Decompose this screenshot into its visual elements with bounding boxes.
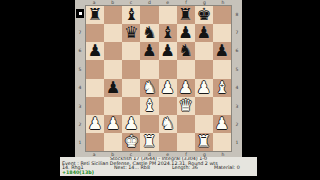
square-f5[interactable] xyxy=(177,60,195,78)
white-rook-d1[interactable]: ♜ xyxy=(142,133,157,151)
square-f6[interactable]: ♞ xyxy=(177,42,195,60)
black-pawn-b4[interactable]: ♟ xyxy=(106,79,121,97)
black-knight-f6[interactable]: ♞ xyxy=(178,42,193,60)
square-b5[interactable] xyxy=(104,60,122,78)
square-a7[interactable] xyxy=(86,24,104,42)
black-pawn-g7[interactable]: ♟ xyxy=(196,24,211,42)
square-d4[interactable]: ♞ xyxy=(140,79,158,97)
square-h1[interactable] xyxy=(213,133,231,151)
white-pawn-h2[interactable]: ♟ xyxy=(215,115,230,133)
black-pawn-d6[interactable]: ♟ xyxy=(142,42,157,60)
black-pawn-a6[interactable]: ♟ xyxy=(88,42,103,60)
square-a8[interactable]: ♜ xyxy=(86,6,104,24)
square-c2[interactable]: ♟ xyxy=(122,115,140,133)
white-pawn-f4[interactable]: ♟ xyxy=(178,79,193,97)
square-a6[interactable]: ♟ xyxy=(86,42,104,60)
square-a3[interactable] xyxy=(86,97,104,115)
white-rook-g1[interactable]: ♜ xyxy=(196,133,211,151)
square-f3[interactable]: ♛ xyxy=(177,97,195,115)
rank-labels-right: 87654321 xyxy=(232,5,242,152)
square-e1[interactable] xyxy=(159,133,177,151)
black-king-g8[interactable]: ♚ xyxy=(196,6,211,24)
coord-label-1: 1 xyxy=(75,134,85,152)
square-a5[interactable] xyxy=(86,60,104,78)
square-d6[interactable]: ♟ xyxy=(140,42,158,60)
white-pawn-e4[interactable]: ♟ xyxy=(160,79,175,97)
video-frame: abcdefgh abcdefgh 87654321 87654321 ♜♝♜♚… xyxy=(0,0,320,180)
black-bishop-e7[interactable]: ♝ xyxy=(160,24,175,42)
coord-label-7: 7 xyxy=(75,23,85,41)
square-h5[interactable] xyxy=(213,60,231,78)
square-h4[interactable]: ♝ xyxy=(213,79,231,97)
square-h8[interactable] xyxy=(213,6,231,24)
square-g6[interactable] xyxy=(195,42,213,60)
square-d7[interactable]: ♞ xyxy=(140,24,158,42)
square-a2[interactable]: ♟ xyxy=(86,115,104,133)
square-d8[interactable] xyxy=(140,6,158,24)
square-e7[interactable]: ♝ xyxy=(159,24,177,42)
black-pawn-e6[interactable]: ♟ xyxy=(160,42,175,60)
coord-label-4: 4 xyxy=(232,79,242,97)
coord-label-1: 1 xyxy=(232,134,242,152)
square-g4[interactable]: ♟ xyxy=(195,79,213,97)
square-f7[interactable]: ♟ xyxy=(177,24,195,42)
square-b6[interactable] xyxy=(104,42,122,60)
next-move: Next: 14... Rb8 xyxy=(114,166,172,171)
coord-label-3: 3 xyxy=(75,97,85,115)
square-h7[interactable] xyxy=(213,24,231,42)
square-d3[interactable]: ♝ xyxy=(140,97,158,115)
white-bishop-h4[interactable]: ♝ xyxy=(215,79,230,97)
material-balance: Material: 0 xyxy=(214,166,240,171)
coord-label-6: 6 xyxy=(232,42,242,60)
white-knight-e2[interactable]: ♞ xyxy=(160,115,175,133)
engine-eval: +1840(13b) xyxy=(60,171,257,176)
square-f4[interactable]: ♟ xyxy=(177,79,195,97)
coord-label-2: 2 xyxy=(232,115,242,133)
square-c7[interactable]: ♛ xyxy=(122,24,140,42)
coord-label-3: 3 xyxy=(232,97,242,115)
square-f8[interactable]: ♜ xyxy=(177,6,195,24)
black-pawn-f7[interactable]: ♟ xyxy=(178,24,193,42)
black-queen-c7[interactable]: ♛ xyxy=(124,24,139,42)
square-h3[interactable] xyxy=(213,97,231,115)
black-knight-d7[interactable]: ♞ xyxy=(142,24,157,42)
square-g8[interactable]: ♚ xyxy=(195,6,213,24)
square-f1[interactable] xyxy=(177,133,195,151)
square-b1[interactable] xyxy=(104,133,122,151)
coord-label-7: 7 xyxy=(232,23,242,41)
side-to-move-dot-icon xyxy=(79,12,82,15)
white-knight-d4[interactable]: ♞ xyxy=(142,79,157,97)
coord-label-6: 6 xyxy=(75,42,85,60)
square-d1[interactable]: ♜ xyxy=(140,133,158,151)
status-panel: Stockfish 17 (3644) - Integral (3304) 1-… xyxy=(60,157,257,176)
game-length: Length: 36 xyxy=(172,166,214,171)
side-to-move-indicator xyxy=(76,9,84,18)
white-pawn-b2[interactable]: ♟ xyxy=(106,115,121,133)
square-a1[interactable] xyxy=(86,133,104,151)
square-d2[interactable] xyxy=(140,115,158,133)
square-a4[interactable] xyxy=(86,79,104,97)
square-h2[interactable]: ♟ xyxy=(213,115,231,133)
square-g1[interactable]: ♜ xyxy=(195,133,213,151)
square-c1[interactable]: ♚ xyxy=(122,133,140,151)
square-f2[interactable] xyxy=(177,115,195,133)
black-rook-a8[interactable]: ♜ xyxy=(88,6,103,24)
chess-board: ♜♝♜♚♛♞♝♟♟♟♟♟♞♟♟♞♟♟♟♝♝♛♟♟♟♞♟♚♜♜ xyxy=(85,5,232,152)
coord-label-5: 5 xyxy=(75,60,85,78)
square-g3[interactable] xyxy=(195,97,213,115)
white-queen-f3[interactable]: ♛ xyxy=(178,97,193,115)
square-b3[interactable] xyxy=(104,97,122,115)
black-bishop-c8[interactable]: ♝ xyxy=(124,6,139,24)
coord-label-2: 2 xyxy=(75,115,85,133)
black-rook-f8[interactable]: ♜ xyxy=(178,6,193,24)
square-c6[interactable] xyxy=(122,42,140,60)
square-e5[interactable] xyxy=(159,60,177,78)
coord-label-8: 8 xyxy=(232,5,242,23)
square-e3[interactable] xyxy=(159,97,177,115)
square-g2[interactable] xyxy=(195,115,213,133)
square-e4[interactable]: ♟ xyxy=(159,79,177,97)
square-c5[interactable] xyxy=(122,60,140,78)
white-bishop-d3[interactable]: ♝ xyxy=(142,97,157,115)
white-pawn-g4[interactable]: ♟ xyxy=(196,79,211,97)
square-g7[interactable]: ♟ xyxy=(195,24,213,42)
rank-labels-left: 87654321 xyxy=(75,5,85,152)
square-b7[interactable] xyxy=(104,24,122,42)
board-frame: abcdefgh abcdefgh 87654321 87654321 ♜♝♜♚… xyxy=(75,0,242,157)
black-pawn-h6[interactable]: ♟ xyxy=(215,42,230,60)
square-e8[interactable] xyxy=(159,6,177,24)
square-e6[interactable]: ♟ xyxy=(159,42,177,60)
square-g5[interactable] xyxy=(195,60,213,78)
coord-label-5: 5 xyxy=(232,60,242,78)
square-c4[interactable] xyxy=(122,79,140,97)
square-b8[interactable] xyxy=(104,6,122,24)
square-c8[interactable]: ♝ xyxy=(122,6,140,24)
square-b2[interactable]: ♟ xyxy=(104,115,122,133)
square-h6[interactable]: ♟ xyxy=(213,42,231,60)
coord-label-4: 4 xyxy=(75,79,85,97)
white-king-c1[interactable]: ♚ xyxy=(124,133,139,151)
square-c3[interactable] xyxy=(122,97,140,115)
square-d5[interactable] xyxy=(140,60,158,78)
white-pawn-c2[interactable]: ♟ xyxy=(124,115,139,133)
square-e2[interactable]: ♞ xyxy=(159,115,177,133)
white-pawn-a2[interactable]: ♟ xyxy=(88,115,103,133)
square-b4[interactable]: ♟ xyxy=(104,79,122,97)
